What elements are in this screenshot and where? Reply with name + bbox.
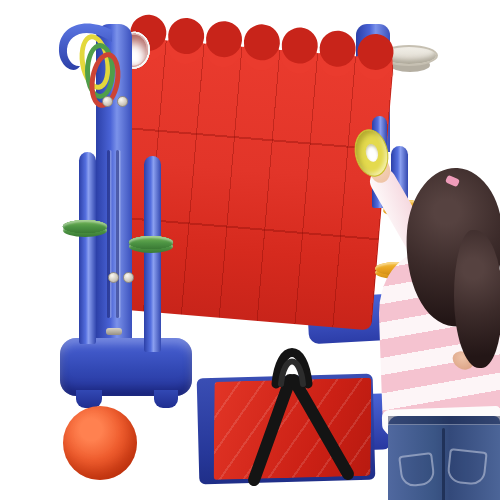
child-jeans bbox=[388, 416, 500, 500]
green-ring[interactable] bbox=[129, 236, 173, 249]
product-photo-stage bbox=[0, 0, 500, 500]
screw-icon bbox=[117, 96, 128, 107]
jeans-pocket bbox=[446, 448, 487, 486]
jeans-waistband bbox=[388, 416, 500, 425]
child-hand-behind-back bbox=[449, 348, 477, 374]
post-groove bbox=[107, 150, 110, 318]
screw-icon bbox=[123, 272, 134, 283]
hook-ring-group bbox=[80, 34, 140, 124]
ring-toss-pole-right-front bbox=[372, 116, 387, 208]
orange-ring[interactable] bbox=[375, 262, 417, 275]
carry-bag[interactable] bbox=[196, 336, 378, 488]
child-hair bbox=[401, 165, 500, 329]
jeans-pocket bbox=[398, 452, 436, 488]
child-hair-side bbox=[454, 230, 500, 368]
bag-straps-icon bbox=[196, 336, 378, 488]
frame-left-foot bbox=[60, 338, 192, 396]
bolt-icon bbox=[106, 328, 122, 335]
child-shirt-hem bbox=[382, 406, 500, 432]
screw-icon bbox=[108, 272, 119, 283]
ring-toss-pole-left bbox=[79, 152, 96, 344]
jeans-seam bbox=[442, 428, 445, 500]
hair-clip bbox=[445, 175, 460, 188]
screw-icon bbox=[102, 96, 113, 107]
orange-ring[interactable] bbox=[383, 200, 425, 213]
ring-toss-pole-mid bbox=[144, 156, 161, 352]
foot-tab bbox=[154, 390, 178, 408]
toss-ball[interactable] bbox=[63, 406, 137, 480]
post-groove bbox=[116, 150, 119, 318]
green-ring[interactable] bbox=[63, 220, 107, 233]
